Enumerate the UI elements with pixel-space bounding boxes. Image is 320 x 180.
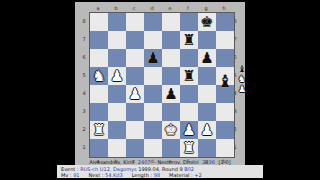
square-c2[interactable] xyxy=(126,121,144,139)
square-c5[interactable] xyxy=(126,67,144,85)
square-b6[interactable] xyxy=(108,49,126,67)
square-h6[interactable] xyxy=(216,49,234,67)
black-bishop[interactable]: ♝ xyxy=(215,71,236,92)
coord-label-c: c xyxy=(125,4,143,12)
black-pawn-d6[interactable]: ♟ xyxy=(144,49,162,67)
square-d3[interactable] xyxy=(144,103,162,121)
square-f4[interactable] xyxy=(180,85,198,103)
tray-black-bishop: ♝ xyxy=(236,64,248,74)
coord-label-4: 4 xyxy=(81,84,87,102)
white-pawn-c4[interactable]: ♟ xyxy=(126,85,144,103)
square-g3[interactable] xyxy=(198,103,216,121)
square-b3[interactable] xyxy=(108,103,126,121)
file-labels-top: abcdefgh xyxy=(89,4,235,12)
square-c7[interactable] xyxy=(126,31,144,49)
coord-label-b: b xyxy=(107,4,125,12)
square-c3[interactable] xyxy=(126,103,144,121)
coord-label-5: 5 xyxy=(81,66,87,84)
square-d5[interactable] xyxy=(144,67,162,85)
square-b2[interactable] xyxy=(108,121,126,139)
black-rook-f7[interactable]: ♜ xyxy=(180,31,198,49)
stat-1: Next : 54.Kd3 xyxy=(89,172,123,178)
square-a7[interactable] xyxy=(90,31,108,49)
board-panel: abcdefgh abcdefgh 87654321 87654321 ♚♜♟♟… xyxy=(75,2,245,178)
white-pawn-f2[interactable]: ♟ xyxy=(180,121,198,139)
square-c1[interactable] xyxy=(126,139,144,157)
coord-label-8: 8 xyxy=(81,12,87,30)
white-rook-f1[interactable]: ♜ xyxy=(180,139,198,157)
coord-label-a: a xyxy=(89,4,107,12)
chess-board[interactable]: ♚♜♟♟♞♟♜♝♟♟♜♚♟♟♜ xyxy=(89,12,235,158)
square-d4[interactable] xyxy=(144,85,162,103)
square-d1[interactable] xyxy=(144,139,162,157)
stat-3: Material : +2 xyxy=(169,172,202,178)
square-g7[interactable] xyxy=(198,31,216,49)
square-a6[interactable] xyxy=(90,49,108,67)
rank-labels-left: 87654321 xyxy=(81,12,87,158)
black-rook-f5[interactable]: ♜ xyxy=(180,67,198,85)
square-h2[interactable] xyxy=(216,121,234,139)
tray-white-pawn: ♟ xyxy=(236,84,248,94)
white-pawn-b5[interactable]: ♟ xyxy=(108,67,126,85)
tray-white-knight: ♞ xyxy=(236,74,248,84)
square-b1[interactable] xyxy=(108,139,126,157)
square-b4[interactable] xyxy=(108,85,126,103)
square-d2[interactable] xyxy=(144,121,162,139)
square-h8[interactable] xyxy=(216,13,234,31)
material-tray: ♝♞♟ xyxy=(236,64,248,94)
square-e1[interactable] xyxy=(162,139,180,157)
coord-label-3: 3 xyxy=(81,102,87,120)
coord-label-7: 7 xyxy=(81,30,87,48)
square-e8[interactable] xyxy=(162,13,180,31)
white-knight[interactable]: ♞ xyxy=(90,67,108,85)
black-king[interactable]: ♚ xyxy=(198,13,216,31)
stat-0: Mv : 91 xyxy=(61,172,80,178)
square-f3[interactable] xyxy=(180,103,198,121)
square-b8[interactable] xyxy=(108,13,126,31)
square-c6[interactable] xyxy=(126,49,144,67)
square-e3[interactable] xyxy=(162,103,180,121)
square-e7[interactable] xyxy=(162,31,180,49)
black-pawn-g6[interactable]: ♟ xyxy=(198,49,216,67)
coord-label-1: 1 xyxy=(81,138,87,156)
square-g1[interactable] xyxy=(198,139,216,157)
stat-2: Length : 98 xyxy=(132,172,160,178)
coord-label-g: g xyxy=(197,4,215,12)
square-a8[interactable] xyxy=(90,13,108,31)
square-d7[interactable] xyxy=(144,31,162,49)
square-b7[interactable] xyxy=(108,31,126,49)
square-c8[interactable] xyxy=(126,13,144,31)
coord-label-d: d xyxy=(143,4,161,12)
square-a3[interactable] xyxy=(90,103,108,121)
square-a4[interactable] xyxy=(90,85,108,103)
coord-label-f: f xyxy=(179,4,197,12)
square-e5[interactable] xyxy=(162,67,180,85)
coord-label-h: h xyxy=(215,4,233,12)
white-rook-a2[interactable]: ♜ xyxy=(90,121,108,139)
black-pawn-e4[interactable]: ♟ xyxy=(162,85,180,103)
square-a1[interactable] xyxy=(90,139,108,157)
coord-label-6: 6 xyxy=(81,48,87,66)
square-h1[interactable] xyxy=(216,139,234,157)
square-h7[interactable] xyxy=(216,31,234,49)
coord-label-e: e xyxy=(161,4,179,12)
caption-band: Event : RUS-ch U12, Dagomys 1999.04, Rou… xyxy=(57,165,263,178)
square-f8[interactable] xyxy=(180,13,198,31)
square-e6[interactable] xyxy=(162,49,180,67)
square-g4[interactable] xyxy=(198,85,216,103)
square-g5[interactable] xyxy=(198,67,216,85)
coord-label-2: 2 xyxy=(81,120,87,138)
white-king[interactable]: ♚ xyxy=(162,121,180,139)
square-h3[interactable] xyxy=(216,103,234,121)
square-f6[interactable] xyxy=(180,49,198,67)
stats-line: Mv : 91Next : 54.Kd3Length : 98Material … xyxy=(61,172,263,178)
white-pawn-g2[interactable]: ♟ xyxy=(198,121,216,139)
square-d8[interactable] xyxy=(144,13,162,31)
